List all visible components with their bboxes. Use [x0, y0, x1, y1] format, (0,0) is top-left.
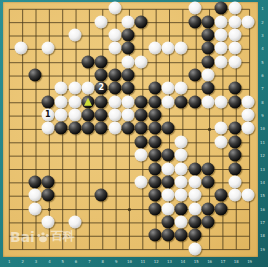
white-stone	[215, 135, 228, 148]
white-stone	[68, 29, 81, 42]
black-stone	[148, 135, 161, 148]
white-stone	[162, 42, 175, 55]
go-diagram: 12 1234567891011121314151617181912345678…	[0, 0, 268, 267]
black-stone	[148, 189, 161, 202]
white-stone	[215, 29, 228, 42]
white-stone	[162, 202, 175, 215]
black-stone	[135, 122, 148, 135]
black-stone	[41, 175, 54, 188]
black-stone	[121, 82, 134, 95]
coord-bottom: 2	[21, 260, 23, 264]
black-stone	[202, 215, 215, 228]
white-stone	[108, 95, 121, 108]
coord-bottom: 8	[102, 260, 104, 264]
white-stone	[121, 95, 134, 108]
black-stone	[215, 202, 228, 215]
coord-right: 8	[261, 101, 263, 105]
black-stone	[162, 229, 175, 242]
coord-right: 10	[260, 127, 265, 131]
black-stone	[162, 149, 175, 162]
coord-bottom: 19	[247, 260, 252, 264]
coord-right: 4	[261, 47, 263, 51]
white-stone	[108, 29, 121, 42]
black-stone	[188, 95, 201, 108]
black-stone	[148, 109, 161, 122]
black-stone	[95, 95, 108, 108]
white-stone	[228, 175, 241, 188]
black-stone	[202, 42, 215, 55]
coord-right: 12	[260, 154, 265, 158]
coord-bottom: 18	[234, 260, 239, 264]
white-stone	[41, 215, 54, 228]
black-stone	[135, 109, 148, 122]
coord-bottom: 15	[194, 260, 199, 264]
black-stone	[28, 175, 41, 188]
white-stone	[175, 175, 188, 188]
black-stone	[202, 175, 215, 188]
black-stone	[148, 122, 161, 135]
black-stone	[135, 95, 148, 108]
black-stone	[175, 202, 188, 215]
white-stone	[121, 15, 134, 28]
black-stone	[95, 55, 108, 68]
black-stone	[202, 29, 215, 42]
black-stone	[188, 162, 201, 175]
white-stone	[108, 109, 121, 122]
black-stone	[188, 15, 201, 28]
coord-right: 5	[261, 61, 263, 65]
black-stone	[188, 229, 201, 242]
black-stone	[41, 95, 54, 108]
white-stone	[228, 15, 241, 28]
coord-bottom: 17	[220, 260, 225, 264]
white-stone	[108, 2, 121, 15]
black-stone	[215, 189, 228, 202]
white-stone	[228, 42, 241, 55]
black-stone	[228, 95, 241, 108]
black-stone	[228, 149, 241, 162]
white-stone	[81, 82, 94, 95]
white-stone	[41, 42, 54, 55]
white-stone	[175, 42, 188, 55]
white-stone	[228, 29, 241, 42]
black-stone	[215, 2, 228, 15]
black-stone	[188, 215, 201, 228]
white-stone	[175, 82, 188, 95]
white-stone	[28, 189, 41, 202]
white-stone	[135, 55, 148, 68]
black-stone	[228, 122, 241, 135]
white-stone	[121, 55, 134, 68]
coord-right: 19	[260, 248, 265, 252]
white-stone	[215, 15, 228, 28]
white-stone	[41, 122, 54, 135]
black-stone	[121, 29, 134, 42]
black-stone	[28, 69, 41, 82]
black-stone	[228, 135, 241, 148]
white-stone	[242, 109, 255, 122]
coord-right: 14	[260, 181, 265, 185]
white-stone	[242, 15, 255, 28]
white-stone	[162, 82, 175, 95]
black-stone	[121, 69, 134, 82]
black-stone	[202, 15, 215, 28]
white-stone	[135, 175, 148, 188]
white-stone	[175, 149, 188, 162]
white-stone	[95, 15, 108, 28]
white-stone	[162, 162, 175, 175]
coord-bottom: 1	[8, 260, 10, 264]
coord-right: 3	[261, 34, 263, 38]
coord-bottom: 3	[35, 260, 37, 264]
white-stone	[228, 2, 241, 15]
white-stone	[215, 55, 228, 68]
black-stone	[162, 122, 175, 135]
black-stone	[202, 55, 215, 68]
white-stone	[68, 215, 81, 228]
white-stone	[108, 122, 121, 135]
white-stone	[175, 162, 188, 175]
coord-right: 6	[261, 74, 263, 78]
white-stone	[215, 42, 228, 55]
coord-bottom: 16	[207, 260, 212, 264]
coord-right: 15	[260, 194, 265, 198]
black-stone	[188, 69, 201, 82]
coord-right: 16	[260, 208, 265, 212]
white-stone	[215, 95, 228, 108]
black-stone	[121, 42, 134, 55]
white-stone	[202, 69, 215, 82]
white-stone	[162, 95, 175, 108]
white-stone	[15, 42, 28, 55]
black-stone	[41, 189, 54, 202]
white-stone	[41, 109, 54, 122]
black-stone	[148, 149, 161, 162]
black-stone	[228, 162, 241, 175]
coord-bottom: 14	[180, 260, 185, 264]
black-stone	[95, 82, 108, 95]
black-stone	[162, 215, 175, 228]
coord-bottom: 4	[48, 260, 50, 264]
coord-right: 7	[261, 87, 263, 91]
black-stone	[135, 15, 148, 28]
black-stone	[81, 109, 94, 122]
black-stone	[81, 95, 94, 108]
black-stone	[55, 122, 68, 135]
white-stone	[228, 189, 241, 202]
coord-bottom: 10	[127, 260, 132, 264]
coord-right: 17	[260, 221, 265, 225]
white-stone	[175, 215, 188, 228]
coord-right: 18	[260, 234, 265, 238]
black-stone	[68, 122, 81, 135]
black-stone	[148, 162, 161, 175]
white-stone	[202, 95, 215, 108]
white-stone	[55, 95, 68, 108]
white-stone	[242, 122, 255, 135]
black-stone	[95, 122, 108, 135]
white-stone	[55, 109, 68, 122]
white-stone	[175, 189, 188, 202]
coord-bottom: 6	[75, 260, 77, 264]
black-stone	[95, 109, 108, 122]
coord-bottom: 13	[167, 260, 172, 264]
black-stone	[148, 175, 161, 188]
black-stone	[202, 202, 215, 215]
black-stone	[95, 189, 108, 202]
black-stone	[228, 82, 241, 95]
white-stone	[68, 95, 81, 108]
white-stone	[121, 109, 134, 122]
black-stone	[148, 82, 161, 95]
white-stone	[68, 82, 81, 95]
white-stone	[175, 135, 188, 148]
black-stone	[148, 95, 161, 108]
white-stone	[242, 189, 255, 202]
black-stone	[175, 229, 188, 242]
black-stone	[148, 229, 161, 242]
coord-bottom: 9	[115, 260, 117, 264]
black-stone	[108, 69, 121, 82]
white-stone	[188, 189, 201, 202]
white-stone	[242, 95, 255, 108]
black-stone	[202, 82, 215, 95]
black-stone	[81, 122, 94, 135]
white-stone	[135, 149, 148, 162]
white-stone	[108, 42, 121, 55]
black-stone	[175, 95, 188, 108]
black-stone	[135, 135, 148, 148]
white-stone	[148, 42, 161, 55]
white-stone	[68, 109, 81, 122]
coord-bottom: 5	[61, 260, 63, 264]
coord-right: 11	[260, 141, 265, 145]
black-stone	[148, 202, 161, 215]
white-stone	[188, 175, 201, 188]
white-stone	[162, 189, 175, 202]
black-stone	[81, 55, 94, 68]
coord-right: 13	[260, 168, 265, 172]
white-stone	[228, 55, 241, 68]
black-stone	[121, 122, 134, 135]
coord-bottom: 11	[140, 260, 145, 264]
coord-right: 2	[261, 21, 263, 25]
coord-right: 1	[261, 7, 263, 11]
coord-bottom: 12	[154, 260, 159, 264]
white-stone	[188, 202, 201, 215]
coord-bottom: 7	[88, 260, 90, 264]
white-stone	[28, 202, 41, 215]
white-stone	[188, 2, 201, 15]
coord-right: 9	[261, 114, 263, 118]
white-stone	[188, 242, 201, 255]
white-stone	[215, 122, 228, 135]
black-stone	[162, 175, 175, 188]
black-stone	[108, 82, 121, 95]
black-stone	[95, 69, 108, 82]
white-stone	[55, 82, 68, 95]
black-stone	[202, 162, 215, 175]
